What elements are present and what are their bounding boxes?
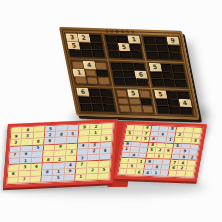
puzzle-grid-left: 6592932851389559437932618273647681925751: [6, 122, 114, 185]
board-cell-r9c5[interactable]: [130, 106, 142, 113]
board-box-r2c3: 5: [148, 63, 188, 88]
board-cell-r8c3[interactable]: [102, 97, 114, 104]
puzzle-cell-left-r9c1: [7, 177, 19, 184]
board-box-r1c2: 15: [104, 34, 144, 59]
board-cell-r7c7[interactable]: 5: [154, 91, 166, 98]
board-box-r3c1: 6: [76, 88, 116, 113]
board-box-r1c1: 325: [65, 33, 105, 58]
board-cell-r8c8[interactable]: [168, 99, 180, 106]
board-cell-r4c4[interactable]: [110, 63, 122, 70]
board-cell-r7c4[interactable]: [116, 90, 128, 97]
board-cell-r6c9[interactable]: [175, 80, 187, 87]
board-cell-r1c8[interactable]: [155, 37, 167, 44]
board-cell-r9c7[interactable]: [158, 106, 170, 113]
board-cell-r3c9[interactable]: [170, 53, 182, 60]
board-cell-r3c3[interactable]: [93, 50, 105, 57]
board-cell-r8c2[interactable]: [90, 97, 102, 104]
board-cell-r1c6[interactable]: 1: [128, 36, 140, 43]
board-cell-r9c3[interactable]: [103, 105, 115, 112]
puzzle-cell-left-r9c8: [87, 174, 99, 181]
board-cell-r5c4[interactable]: [112, 70, 124, 77]
board-cell-r7c9[interactable]: [178, 92, 190, 99]
board-cell-r2c5[interactable]: 5: [118, 44, 130, 51]
board-cell-r8c6[interactable]: [140, 98, 152, 105]
board-box-r2c1: 41: [71, 60, 111, 85]
board-cell-r2c9[interactable]: [168, 45, 180, 52]
board-cell-r7c6[interactable]: [139, 91, 151, 98]
board-cell-r5c6[interactable]: 6: [135, 71, 147, 78]
board-cell-r4c1[interactable]: [72, 61, 84, 68]
board-cell-r4c2[interactable]: 4: [83, 62, 95, 69]
booklet-page-left: 6592932851389559437932618273647681925751: [3, 119, 118, 188]
board-box-r3c2: 5: [115, 89, 155, 114]
sudoku-board: SUDOKU 32515941656554: [59, 27, 199, 119]
board-cell-r9c1[interactable]: [80, 104, 92, 111]
booklet-page-right: 4857627561398515269418219745862641: [114, 121, 207, 182]
board-cell-r4c9[interactable]: [172, 65, 184, 72]
board-cell-r2c3[interactable]: [91, 43, 103, 50]
board-cell-r4c3[interactable]: [95, 62, 107, 69]
board-cell-r1c2[interactable]: 2: [78, 35, 90, 42]
board-cell-r3c4[interactable]: [108, 51, 120, 58]
board-cell-r8c7[interactable]: [156, 99, 168, 106]
board-cell-r9c9[interactable]: [181, 107, 193, 114]
board-cell-r1c4[interactable]: [105, 35, 117, 42]
board-cell-r8c1[interactable]: [79, 96, 91, 103]
board-cell-r5c2[interactable]: [85, 69, 97, 76]
board-cell-r5c8[interactable]: [162, 72, 174, 79]
board-cell-r3c1[interactable]: [69, 50, 81, 57]
puzzle-grid-right: 4857627561398515269418219745862641: [117, 124, 203, 179]
board-cell-r1c9[interactable]: 9: [167, 37, 179, 44]
board-cell-r9c6[interactable]: [142, 106, 154, 113]
board-cell-r6c1[interactable]: [75, 77, 87, 84]
board-cell-r4c6[interactable]: [134, 63, 146, 70]
board-cell-r1c3[interactable]: [89, 35, 101, 42]
board-box-r2c2: 6: [109, 62, 149, 87]
board-cell-r6c7[interactable]: [152, 79, 164, 86]
board-cell-r2c1[interactable]: 5: [68, 42, 80, 49]
board-cell-r8c5[interactable]: [129, 98, 141, 105]
board-surface: SUDOKU 32515941656554: [59, 27, 199, 119]
puzzle-cell-left-r9c6: [64, 175, 76, 182]
board-cell-r1c1[interactable]: 3: [66, 34, 78, 41]
board-cell-r7c2[interactable]: [89, 89, 101, 96]
board-cell-r7c8[interactable]: [166, 91, 178, 98]
board-cell-r3c6[interactable]: [131, 52, 143, 59]
board-cell-r7c5[interactable]: 5: [127, 90, 139, 97]
board-cell-r7c3[interactable]: [100, 89, 112, 96]
puzzle-cell-left-r9c9: [98, 173, 110, 180]
board-cell-r1c7[interactable]: [144, 37, 156, 44]
board-cell-r6c6[interactable]: [137, 79, 149, 86]
puzzle-cell-right-r9c9: [185, 172, 194, 178]
board-box-r3c3: 54: [153, 90, 193, 115]
board-cell-r6c4[interactable]: [113, 78, 125, 85]
board-cell-r5c1[interactable]: 1: [73, 69, 85, 76]
board-cell-r9c2[interactable]: [92, 104, 104, 111]
puzzle-cell-left-r9c7: 1: [75, 174, 87, 181]
board-cell-r2c6[interactable]: [130, 44, 142, 51]
board-cell-r6c3[interactable]: [98, 78, 110, 85]
board-cell-r8c4[interactable]: [117, 98, 129, 105]
board-cell-r7c1[interactable]: 6: [77, 89, 89, 96]
puzzle-cell-left-r9c5: 5: [53, 175, 65, 182]
board-cell-r5c9[interactable]: [174, 72, 186, 79]
board-cell-r2c8[interactable]: [157, 45, 169, 52]
board-cell-r2c2[interactable]: [79, 42, 91, 49]
board-cell-r5c3[interactable]: [96, 70, 108, 77]
board-cell-r3c2[interactable]: [81, 50, 93, 57]
board-box-r1c3: 9: [142, 36, 182, 61]
board-cell-r6c8[interactable]: [164, 80, 176, 87]
board-cell-r4c7[interactable]: 5: [149, 64, 161, 71]
board-cell-r9c8[interactable]: [169, 107, 181, 114]
board-grid: 32515941656554: [65, 33, 193, 115]
puzzle-cell-left-r9c4: [41, 176, 53, 183]
board-cell-r5c7[interactable]: [151, 72, 163, 79]
board-cell-r3c7[interactable]: [147, 52, 159, 59]
board-cell-r3c8[interactable]: [158, 52, 170, 59]
board-cell-r4c5[interactable]: [122, 63, 134, 70]
board-cell-r3c5[interactable]: [120, 51, 132, 58]
puzzle-cell-left-r9c2: 7: [19, 177, 31, 184]
puzzle-cell-left-r9c3: [30, 176, 42, 183]
board-cell-r8c9[interactable]: 4: [179, 99, 191, 106]
board-cell-r6c2[interactable]: [86, 77, 98, 84]
board-cell-r9c4[interactable]: [119, 105, 131, 112]
board-cell-r4c8[interactable]: [161, 64, 173, 71]
board-cell-r6c5[interactable]: [125, 78, 137, 85]
product-photo-scene: SUDOKU 32515941656554 659293285138955943…: [0, 0, 222, 222]
board-cell-r2c4[interactable]: [107, 43, 119, 50]
board-cell-r2c7[interactable]: [145, 44, 157, 51]
